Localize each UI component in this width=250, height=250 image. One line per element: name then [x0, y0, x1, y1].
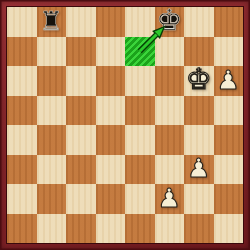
square-a2[interactable]: [7, 184, 37, 214]
square-a6[interactable]: [7, 66, 37, 96]
white-pawn[interactable]: ♟: [217, 67, 240, 93]
square-f2[interactable]: ♟: [155, 184, 185, 214]
square-c1[interactable]: [66, 214, 96, 244]
square-c4[interactable]: [66, 125, 96, 155]
square-c6[interactable]: [66, 66, 96, 96]
square-d1[interactable]: [96, 214, 126, 244]
square-b5[interactable]: [37, 96, 67, 126]
square-h6[interactable]: ♟: [214, 66, 244, 96]
black-king[interactable]: ♚: [156, 7, 182, 35]
square-g1[interactable]: [184, 214, 214, 244]
square-h2[interactable]: [214, 184, 244, 214]
white-pawn[interactable]: ♟: [158, 185, 181, 211]
white-king[interactable]: ♚: [186, 66, 212, 94]
square-b2[interactable]: [37, 184, 67, 214]
square-a1[interactable]: [7, 214, 37, 244]
square-d3[interactable]: [96, 155, 126, 185]
square-c5[interactable]: [66, 96, 96, 126]
square-g4[interactable]: [184, 125, 214, 155]
board-frame: ♜♚♚♟♟♟: [0, 0, 250, 250]
square-f5[interactable]: [155, 96, 185, 126]
white-pawn[interactable]: ♟: [187, 155, 210, 181]
square-e4[interactable]: [125, 125, 155, 155]
square-a3[interactable]: [7, 155, 37, 185]
square-e5[interactable]: [125, 96, 155, 126]
square-b3[interactable]: [37, 155, 67, 185]
square-d2[interactable]: [96, 184, 126, 214]
square-d7[interactable]: [96, 37, 126, 67]
square-h1[interactable]: [214, 214, 244, 244]
square-d6[interactable]: [96, 66, 126, 96]
square-c8[interactable]: [66, 7, 96, 37]
square-a4[interactable]: [7, 125, 37, 155]
square-f6[interactable]: [155, 66, 185, 96]
square-e3[interactable]: [125, 155, 155, 185]
square-g5[interactable]: [184, 96, 214, 126]
square-e2[interactable]: [125, 184, 155, 214]
square-f1[interactable]: [155, 214, 185, 244]
chess-board: ♜♚♚♟♟♟: [7, 7, 243, 243]
square-h4[interactable]: [214, 125, 244, 155]
square-h5[interactable]: [214, 96, 244, 126]
square-g8[interactable]: [184, 7, 214, 37]
square-d8[interactable]: [96, 7, 126, 37]
square-b8[interactable]: ♜: [37, 7, 67, 37]
square-f4[interactable]: [155, 125, 185, 155]
square-h3[interactable]: [214, 155, 244, 185]
square-f7[interactable]: [155, 37, 185, 67]
square-a7[interactable]: [7, 37, 37, 67]
square-f3[interactable]: [155, 155, 185, 185]
chess-app: ♜♚♚♟♟♟: [0, 0, 250, 250]
square-e8[interactable]: [125, 7, 155, 37]
square-c2[interactable]: [66, 184, 96, 214]
square-f8[interactable]: ♚: [155, 7, 185, 37]
square-h7[interactable]: [214, 37, 244, 67]
square-c3[interactable]: [66, 155, 96, 185]
square-h8[interactable]: [214, 7, 244, 37]
square-e6[interactable]: [125, 66, 155, 96]
square-a8[interactable]: [7, 7, 37, 37]
square-b1[interactable]: [37, 214, 67, 244]
square-g2[interactable]: [184, 184, 214, 214]
square-b6[interactable]: [37, 66, 67, 96]
square-b7[interactable]: [37, 37, 67, 67]
square-g6[interactable]: ♚: [184, 66, 214, 96]
square-d4[interactable]: [96, 125, 126, 155]
square-d5[interactable]: [96, 96, 126, 126]
square-b4[interactable]: [37, 125, 67, 155]
square-e1[interactable]: [125, 214, 155, 244]
square-e7[interactable]: [125, 37, 155, 67]
square-a5[interactable]: [7, 96, 37, 126]
black-rook[interactable]: ♜: [40, 8, 63, 34]
square-c7[interactable]: [66, 37, 96, 67]
square-g3[interactable]: ♟: [184, 155, 214, 185]
square-g7[interactable]: [184, 37, 214, 67]
